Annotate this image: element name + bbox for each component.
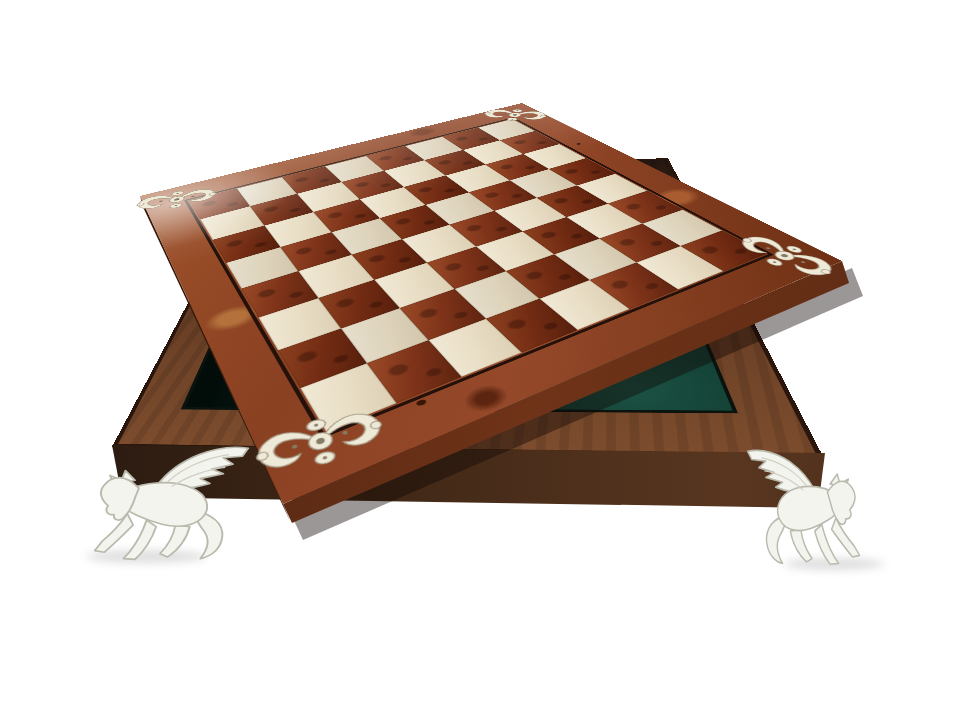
pegasus-leg-icon (742, 440, 882, 570)
pegasus-leg-icon (64, 437, 256, 565)
product-photo-scene (0, 0, 962, 722)
